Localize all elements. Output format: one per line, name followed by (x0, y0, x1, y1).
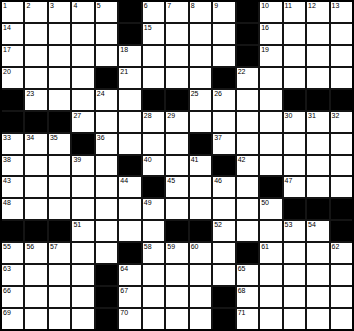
cell-r15c13[interactable] (284, 309, 305, 329)
cell-r7c5[interactable]: 36 (96, 134, 117, 154)
cell-r3c9[interactable] (190, 46, 211, 66)
clue-number-39: 39 (73, 156, 81, 164)
cell-r11c7[interactable] (143, 221, 164, 241)
cell-r8c3[interactable] (49, 156, 70, 176)
cell-r12c14[interactable] (307, 243, 328, 263)
cell-r5c11[interactable] (237, 90, 258, 110)
cell-r15c6[interactable]: 70 (119, 309, 140, 329)
cell-r6c6[interactable] (119, 112, 140, 132)
clue-number-3: 3 (50, 2, 54, 10)
clue-number-41: 41 (191, 156, 199, 164)
cell-r2c10[interactable] (213, 24, 234, 44)
cell-r8c4[interactable]: 39 (72, 156, 93, 176)
cell-r4c4[interactable] (72, 68, 93, 88)
cell-r10c13-black (284, 199, 305, 219)
cell-r4c10-black (213, 68, 234, 88)
cell-r11c15-black (331, 221, 352, 241)
cell-r10c12[interactable]: 50 (260, 199, 281, 219)
clue-number-52: 52 (214, 221, 222, 229)
cell-r4c7[interactable] (143, 68, 164, 88)
cell-r1c14[interactable]: 12 (307, 2, 328, 22)
cell-r12c3[interactable]: 57 (49, 243, 70, 263)
cell-r11c6[interactable] (119, 221, 140, 241)
cell-r1c13[interactable]: 11 (284, 2, 305, 22)
cell-r7c1[interactable]: 33 (2, 134, 23, 154)
cell-r4c3[interactable] (49, 68, 70, 88)
cell-r1c15[interactable]: 13 (331, 2, 352, 22)
cell-r3c12[interactable]: 19 (260, 46, 281, 66)
clue-number-23: 23 (26, 90, 34, 98)
cell-r6c13[interactable]: 30 (284, 112, 305, 132)
cell-r4c15[interactable] (331, 68, 352, 88)
cell-r14c9[interactable] (190, 287, 211, 307)
cell-r13c6[interactable]: 64 (119, 265, 140, 285)
cell-r13c7[interactable] (143, 265, 164, 285)
clue-number-53: 53 (285, 221, 293, 229)
cell-r12c5[interactable] (96, 243, 117, 263)
cell-r13c9[interactable] (190, 265, 211, 285)
clue-number-42: 42 (238, 156, 246, 164)
cell-r15c11[interactable]: 71 (237, 309, 258, 329)
cell-r7c9-black (190, 134, 211, 154)
cell-r14c12[interactable] (260, 287, 281, 307)
crossword-grid: 1234567891011121314151617181920212223242… (0, 0, 354, 331)
cell-r7c12[interactable] (260, 134, 281, 154)
clue-number-62: 62 (332, 243, 340, 251)
cell-r3c8[interactable] (166, 46, 187, 66)
cell-r14c11[interactable]: 68 (237, 287, 258, 307)
cell-r2c6-black (119, 24, 140, 44)
cell-r14c1[interactable]: 66 (2, 287, 23, 307)
cell-r5c4[interactable] (72, 90, 93, 110)
clue-number-56: 56 (26, 243, 34, 251)
cell-r9c14[interactable] (307, 177, 328, 197)
cell-r15c8[interactable] (166, 309, 187, 329)
cell-r10c14-black (307, 199, 328, 219)
cell-r11c13[interactable]: 53 (284, 221, 305, 241)
cell-r3c4[interactable] (72, 46, 93, 66)
cell-r7c4-black (72, 134, 93, 154)
clue-number-38: 38 (3, 156, 11, 164)
cell-r5c10[interactable]: 26 (213, 90, 234, 110)
clue-number-32: 32 (332, 112, 340, 120)
cell-r8c14[interactable] (307, 156, 328, 176)
clue-number-1: 1 (3, 2, 7, 10)
cell-r1c5[interactable]: 5 (96, 2, 117, 22)
cell-r9c6[interactable]: 44 (119, 177, 140, 197)
cell-r13c4[interactable] (72, 265, 93, 285)
cell-r9c5[interactable] (96, 177, 117, 197)
cell-r13c14[interactable] (307, 265, 328, 285)
cell-r13c5-black (96, 265, 117, 285)
cell-r4c2[interactable] (25, 68, 46, 88)
clue-number-29: 29 (167, 112, 175, 120)
cell-r10c6[interactable] (119, 199, 140, 219)
cell-r1c3[interactable]: 3 (49, 2, 70, 22)
clue-number-6: 6 (144, 2, 148, 10)
cell-r6c14[interactable]: 31 (307, 112, 328, 132)
cell-r6c10[interactable] (213, 112, 234, 132)
cell-r15c1[interactable]: 69 (2, 309, 23, 329)
clue-number-20: 20 (3, 68, 11, 76)
clue-number-4: 4 (73, 2, 77, 10)
cell-r2c4[interactable] (72, 24, 93, 44)
cell-r1c9[interactable]: 8 (190, 2, 211, 22)
cell-r2c7[interactable]: 15 (143, 24, 164, 44)
cell-r7c11[interactable] (237, 134, 258, 154)
cell-r15c14[interactable] (307, 309, 328, 329)
cell-r9c11[interactable] (237, 177, 258, 197)
cell-r8c2[interactable] (25, 156, 46, 176)
clue-number-12: 12 (308, 2, 316, 10)
cell-r7c6[interactable] (119, 134, 140, 154)
cell-r12c4[interactable] (72, 243, 93, 263)
clue-number-47: 47 (285, 177, 293, 185)
cell-r11c4[interactable]: 51 (72, 221, 93, 241)
cell-r5c15-black (331, 90, 352, 110)
cell-r4c14[interactable] (307, 68, 328, 88)
clue-number-54: 54 (308, 221, 316, 229)
cell-r2c13[interactable] (284, 24, 305, 44)
cell-r11c9-black (190, 221, 211, 241)
clue-number-17: 17 (3, 46, 11, 54)
cell-r10c7[interactable]: 49 (143, 199, 164, 219)
cell-r8c12[interactable] (260, 156, 281, 176)
cell-r8c13[interactable] (284, 156, 305, 176)
cell-r6c11[interactable] (237, 112, 258, 132)
cell-r9c1[interactable]: 43 (2, 177, 23, 197)
cell-r6c3-black (49, 112, 70, 132)
cell-r9c9[interactable] (190, 177, 211, 197)
cell-r7c3[interactable]: 35 (49, 134, 70, 154)
clue-number-14: 14 (3, 24, 11, 32)
clue-number-27: 27 (73, 112, 81, 120)
clue-number-10: 10 (261, 2, 269, 10)
cell-r10c10[interactable] (213, 199, 234, 219)
cell-r14c5-black (96, 287, 117, 307)
cell-r13c3[interactable] (49, 265, 70, 285)
cell-r12c9[interactable]: 60 (190, 243, 211, 263)
cell-r10c9[interactable] (190, 199, 211, 219)
cell-r9c8[interactable]: 45 (166, 177, 187, 197)
cell-r14c13[interactable] (284, 287, 305, 307)
cell-r3c6[interactable]: 18 (119, 46, 140, 66)
cell-r4c11[interactable]: 22 (237, 68, 258, 88)
clue-number-26: 26 (214, 90, 222, 98)
cell-r7c2[interactable]: 34 (25, 134, 46, 154)
cell-r3c5[interactable] (96, 46, 117, 66)
cell-r3c14[interactable] (307, 46, 328, 66)
clue-number-49: 49 (144, 199, 152, 207)
clue-number-58: 58 (144, 243, 152, 251)
cell-r8c15[interactable] (331, 156, 352, 176)
cell-r12c12[interactable]: 61 (260, 243, 281, 263)
cell-r2c15[interactable] (331, 24, 352, 44)
cell-r11c10[interactable]: 52 (213, 221, 234, 241)
cell-r15c2[interactable] (25, 309, 46, 329)
cell-r4c9[interactable] (190, 68, 211, 88)
clue-number-21: 21 (120, 68, 128, 76)
cell-r4c13[interactable] (284, 68, 305, 88)
clue-number-71: 71 (238, 309, 246, 317)
clue-number-13: 13 (332, 2, 340, 10)
cell-r13c10[interactable] (213, 265, 234, 285)
cell-r10c15-black (331, 199, 352, 219)
cell-r5c7-black (143, 90, 164, 110)
cell-r2c12[interactable]: 16 (260, 24, 281, 44)
cell-r5c12[interactable] (260, 90, 281, 110)
clue-number-67: 67 (120, 287, 128, 295)
cell-r1c10[interactable]: 9 (213, 2, 234, 22)
cell-r15c4[interactable] (72, 309, 93, 329)
clue-number-5: 5 (97, 2, 101, 10)
cell-r1c6-black (119, 2, 140, 22)
cell-r2c1[interactable]: 14 (2, 24, 23, 44)
cell-r2c2[interactable] (25, 24, 46, 44)
cell-r6c7[interactable]: 28 (143, 112, 164, 132)
clue-number-60: 60 (191, 243, 199, 251)
cell-r11c1-black (2, 221, 23, 241)
clue-number-68: 68 (238, 287, 246, 295)
clue-number-7: 7 (167, 2, 171, 10)
cell-r1c12[interactable]: 10 (260, 2, 281, 22)
cell-r5c14-black (307, 90, 328, 110)
cell-r1c4[interactable]: 4 (72, 2, 93, 22)
cell-r8c10-black (213, 156, 234, 176)
cell-r8c9[interactable]: 41 (190, 156, 211, 176)
cell-r6c12[interactable] (260, 112, 281, 132)
clue-number-35: 35 (50, 134, 58, 142)
clue-number-37: 37 (214, 134, 222, 142)
cell-r10c1[interactable]: 48 (2, 199, 23, 219)
clue-number-30: 30 (285, 112, 293, 120)
cell-r11c11[interactable] (237, 221, 258, 241)
cell-r1c1[interactable]: 1 (2, 2, 23, 22)
cell-r12c2[interactable]: 56 (25, 243, 46, 263)
cell-r4c12[interactable] (260, 68, 281, 88)
cell-r4c5-black (96, 68, 117, 88)
cell-r7c10[interactable]: 37 (213, 134, 234, 154)
cell-r14c10-black (213, 287, 234, 307)
clue-number-40: 40 (144, 156, 152, 164)
cell-r3c2[interactable] (25, 46, 46, 66)
clue-number-55: 55 (3, 243, 11, 251)
clue-number-48: 48 (3, 199, 11, 207)
cell-r3c15[interactable] (331, 46, 352, 66)
cell-r7c13[interactable] (284, 134, 305, 154)
cell-r12c15[interactable]: 62 (331, 243, 352, 263)
cell-r5c1-black (2, 90, 23, 110)
cell-r9c2[interactable] (25, 177, 46, 197)
clue-number-2: 2 (26, 2, 30, 10)
cell-r15c7[interactable] (143, 309, 164, 329)
clue-number-25: 25 (191, 90, 199, 98)
cell-r13c13[interactable] (284, 265, 305, 285)
cell-r12c6-black (119, 243, 140, 263)
clue-number-70: 70 (120, 309, 128, 317)
cell-r3c1[interactable]: 17 (2, 46, 23, 66)
cell-r1c8[interactable]: 7 (166, 2, 187, 22)
cell-r14c3[interactable] (49, 287, 70, 307)
cell-r15c9[interactable] (190, 309, 211, 329)
cell-r15c15[interactable] (331, 309, 352, 329)
cell-r1c7[interactable]: 6 (143, 2, 164, 22)
cell-r15c5-black (96, 309, 117, 329)
cell-r5c3[interactable] (49, 90, 70, 110)
cell-r9c3[interactable] (49, 177, 70, 197)
clue-number-9: 9 (214, 2, 218, 10)
cell-r5c5[interactable]: 24 (96, 90, 117, 110)
clue-number-65: 65 (238, 265, 246, 273)
crossword-puzzle: 1234567891011121314151617181920212223242… (0, 0, 354, 331)
cell-r9c4[interactable] (72, 177, 93, 197)
cell-r3c7[interactable] (143, 46, 164, 66)
cell-r12c7[interactable]: 58 (143, 243, 164, 263)
cell-r2c9[interactable] (190, 24, 211, 44)
cell-r2c5[interactable] (96, 24, 117, 44)
clue-number-63: 63 (3, 265, 11, 273)
clue-number-64: 64 (120, 265, 128, 273)
clue-number-44: 44 (120, 177, 128, 185)
cell-r10c8[interactable] (166, 199, 187, 219)
cell-r7c7[interactable] (143, 134, 164, 154)
cell-r10c2[interactable] (25, 199, 46, 219)
cell-r13c8[interactable] (166, 265, 187, 285)
cell-r1c2[interactable]: 2 (25, 2, 46, 22)
clue-number-24: 24 (97, 90, 105, 98)
cell-r3c11-black (237, 46, 258, 66)
cell-r12c10[interactable] (213, 243, 234, 263)
cell-r15c12[interactable] (260, 309, 281, 329)
cell-r1c11-black (237, 2, 258, 22)
clue-number-69: 69 (3, 309, 11, 317)
cell-r5c13-black (284, 90, 305, 110)
cell-r13c2[interactable] (25, 265, 46, 285)
cell-r15c10-black (213, 309, 234, 329)
clue-number-57: 57 (50, 243, 58, 251)
clue-number-61: 61 (261, 243, 269, 251)
cell-r6c1-black (2, 112, 23, 132)
cell-r12c11-black (237, 243, 258, 263)
cell-r10c4[interactable] (72, 199, 93, 219)
cell-r4c1[interactable]: 20 (2, 68, 23, 88)
cell-r14c15[interactable] (331, 287, 352, 307)
cell-r9c13[interactable]: 47 (284, 177, 305, 197)
clue-number-34: 34 (26, 134, 34, 142)
cell-r5c2[interactable]: 23 (25, 90, 46, 110)
clue-number-28: 28 (144, 112, 152, 120)
clue-number-50: 50 (261, 199, 269, 207)
cell-r7c15[interactable] (331, 134, 352, 154)
cell-r4c6[interactable]: 21 (119, 68, 140, 88)
cell-r11c14[interactable]: 54 (307, 221, 328, 241)
cell-r13c1[interactable]: 63 (2, 265, 23, 285)
cell-r15c3[interactable] (49, 309, 70, 329)
clue-number-36: 36 (97, 134, 105, 142)
cell-r14c4[interactable] (72, 287, 93, 307)
cell-r11c3-black (49, 221, 70, 241)
cell-r6c9[interactable] (190, 112, 211, 132)
cell-r2c14[interactable] (307, 24, 328, 44)
cell-r12c8[interactable]: 59 (166, 243, 187, 263)
cell-r8c11[interactable]: 42 (237, 156, 258, 176)
cell-r8c5[interactable] (96, 156, 117, 176)
cell-r3c3[interactable] (49, 46, 70, 66)
clue-number-15: 15 (144, 24, 152, 32)
cell-r9c12-black (260, 177, 281, 197)
cell-r5c8-black (166, 90, 187, 110)
cell-r11c12[interactable] (260, 221, 281, 241)
cell-r3c10[interactable] (213, 46, 234, 66)
cell-r12c1[interactable]: 55 (2, 243, 23, 263)
clue-number-8: 8 (191, 2, 195, 10)
clue-number-33: 33 (3, 134, 11, 142)
cell-r11c5[interactable] (96, 221, 117, 241)
clue-number-18: 18 (120, 46, 128, 54)
cell-r8c6-black (119, 156, 140, 176)
clue-number-19: 19 (261, 46, 269, 54)
cell-r11c2-black (25, 221, 46, 241)
cell-r10c5[interactable] (96, 199, 117, 219)
cell-r8c1[interactable]: 38 (2, 156, 23, 176)
clue-number-59: 59 (167, 243, 175, 251)
cell-r9c15[interactable] (331, 177, 352, 197)
cell-r9c7-black (143, 177, 164, 197)
clue-number-11: 11 (285, 2, 292, 10)
cell-r6c15[interactable]: 32 (331, 112, 352, 132)
cell-r13c12[interactable] (260, 265, 281, 285)
clue-number-66: 66 (3, 287, 11, 295)
cell-r14c14[interactable] (307, 287, 328, 307)
cell-r6c2-black (25, 112, 46, 132)
cell-r7c8[interactable] (166, 134, 187, 154)
cell-r8c8[interactable] (166, 156, 187, 176)
cell-r2c3[interactable] (49, 24, 70, 44)
cell-r13c15[interactable] (331, 265, 352, 285)
cell-r14c6[interactable]: 67 (119, 287, 140, 307)
cell-r14c2[interactable] (25, 287, 46, 307)
clue-number-22: 22 (238, 68, 246, 76)
cell-r5c9[interactable]: 25 (190, 90, 211, 110)
cell-r9c10[interactable]: 46 (213, 177, 234, 197)
cell-r11c8-black (166, 221, 187, 241)
cell-r7c14[interactable] (307, 134, 328, 154)
clue-number-45: 45 (167, 177, 175, 185)
cell-r14c8[interactable] (166, 287, 187, 307)
cell-r13c11[interactable]: 65 (237, 265, 258, 285)
cell-r6c5[interactable] (96, 112, 117, 132)
cell-r14c7[interactable] (143, 287, 164, 307)
cell-r8c7[interactable]: 40 (143, 156, 164, 176)
clue-number-31: 31 (308, 112, 316, 120)
cell-r6c8[interactable]: 29 (166, 112, 187, 132)
cell-r2c8[interactable] (166, 24, 187, 44)
cell-r3c13[interactable] (284, 46, 305, 66)
clue-number-43: 43 (3, 177, 11, 185)
clue-number-16: 16 (261, 24, 269, 32)
cell-r5c6[interactable] (119, 90, 140, 110)
cell-r10c3[interactable] (49, 199, 70, 219)
cell-r4c8[interactable] (166, 68, 187, 88)
cell-r2c11-black (237, 24, 258, 44)
cell-r6c4[interactable]: 27 (72, 112, 93, 132)
cell-r12c13[interactable] (284, 243, 305, 263)
clue-number-46: 46 (214, 177, 222, 185)
cell-r10c11[interactable] (237, 199, 258, 219)
clue-number-51: 51 (73, 221, 81, 229)
